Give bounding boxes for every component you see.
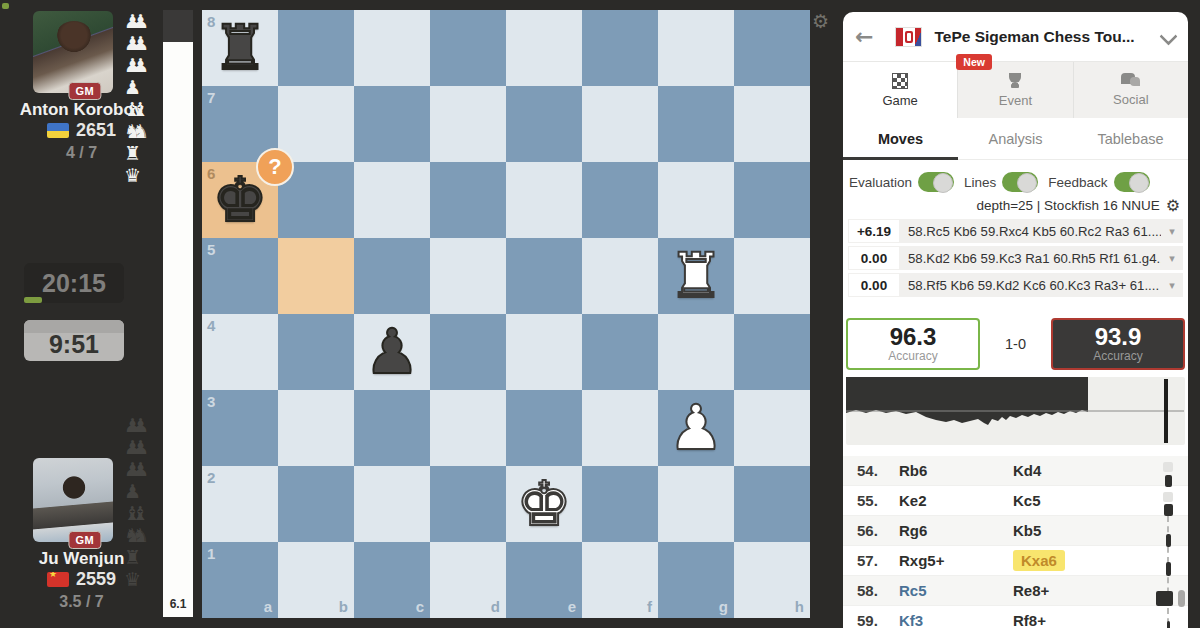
piece-bp: ♟ — [354, 314, 430, 390]
square-b3[interactable] — [278, 390, 354, 466]
clock-bottom-player: 9:51 — [24, 320, 124, 361]
white-move[interactable]: Rb6 — [885, 462, 1003, 479]
tab-event[interactable]: New Event — [958, 62, 1073, 118]
captured-piece-group: ♟♟ — [124, 10, 149, 32]
panel-header: ← TePe Sigeman Chess Tou... — [843, 12, 1188, 62]
move-quality-marker — [1165, 475, 1172, 487]
board-settings-gear-icon[interactable]: ⚙ — [812, 10, 829, 32]
square-d8[interactable] — [430, 10, 506, 86]
square-c1[interactable]: c — [354, 542, 430, 618]
piece-wr: ♜ — [658, 238, 734, 314]
file-label: c — [416, 598, 424, 615]
engine-line-1[interactable]: +6.1958.Rc5 Kb6 59.Rxc4 Kb5 60.Rc2 Ra3 6… — [848, 219, 1183, 243]
square-b7[interactable] — [278, 86, 354, 162]
square-e8[interactable] — [506, 10, 582, 86]
move-number: 54. — [843, 462, 885, 479]
square-e1[interactable]: e — [506, 542, 582, 618]
square-g8[interactable] — [658, 10, 734, 86]
captured-piece-group: ♟♟ — [124, 436, 149, 458]
square-h5[interactable] — [734, 238, 810, 314]
checkerboard-icon — [892, 73, 908, 89]
black-move[interactable]: Rf8+ — [1003, 612, 1188, 628]
feedback-toggle[interactable] — [1114, 172, 1150, 192]
square-h6[interactable] — [734, 162, 810, 238]
analysis-toggles: Evaluation Lines Feedback — [843, 160, 1188, 192]
square-d5[interactable] — [430, 238, 506, 314]
square-g2[interactable] — [658, 466, 734, 542]
rank-label: 1 — [207, 545, 215, 562]
evaluation-bar: 6.1 — [163, 10, 193, 617]
move-row-59: 59.Kf3Rf8+ — [843, 606, 1188, 628]
square-h7[interactable] — [734, 86, 810, 162]
square-f2[interactable] — [582, 466, 658, 542]
square-b5[interactable] — [278, 238, 354, 314]
move-number: 58. — [843, 582, 885, 599]
piece-wp: ♟ — [658, 390, 734, 466]
square-a5[interactable]: 5 — [202, 238, 278, 314]
china-flag-icon — [47, 572, 69, 587]
tournament-logo — [895, 27, 922, 47]
sub-tabs: Moves Analysis Tablebase — [843, 118, 1188, 160]
file-label: e — [568, 598, 576, 615]
tab-social[interactable]: Social — [1074, 62, 1188, 118]
square-f8[interactable] — [582, 10, 658, 86]
engine-status-text: depth=25 | Stockfish 16 NNUE — [976, 198, 1159, 213]
ukraine-flag-icon — [47, 123, 69, 138]
move-list: 54.Rb6Kd455.Ke2Kc556.Rg6Kb557.Rxg5+Kxa65… — [843, 456, 1188, 628]
square-f7[interactable] — [582, 86, 658, 162]
trophy-icon — [1006, 73, 1024, 89]
rating-bottom: 2559 — [76, 569, 116, 590]
engine-settings-gear-icon[interactable]: ⚙ — [1166, 196, 1180, 215]
square-g4[interactable] — [658, 314, 734, 390]
move-quality-marker — [1163, 492, 1173, 502]
square-f4[interactable] — [582, 314, 658, 390]
piece-wk: ♚ — [506, 466, 582, 542]
square-g6[interactable] — [658, 162, 734, 238]
black-move[interactable]: Kc5 — [1003, 492, 1188, 509]
square-a8[interactable]: 8♜ — [202, 10, 278, 86]
engine-line-moves: 58.Kd2 Kb6 59.Kc3 Ra1 60.Rh5 Rf1 61.g4..… — [900, 251, 1161, 266]
captured-pieces-top: ♟♟♟♟♟♟♟♝♝♞♞♜♛ — [124, 10, 162, 186]
engine-lines: +6.1958.Rc5 Kb6 59.Rxc4 Kb5 60.Rc2 Ra3 6… — [843, 219, 1188, 297]
tab-analysis[interactable]: Analysis — [958, 118, 1073, 159]
gm-badge: GM — [68, 531, 101, 549]
square-e2[interactable]: ♚ — [506, 466, 582, 542]
move-quality-marker — [1156, 591, 1173, 606]
square-c7[interactable] — [354, 86, 430, 162]
captured-piece-group: ♜ — [124, 142, 141, 164]
square-a4[interactable]: 4 — [202, 314, 278, 390]
white-move[interactable]: Rxg5+ — [885, 552, 1003, 569]
engine-line-moves: 58.Rc5 Kb6 59.Rxc4 Kb5 60.Rc2 Ra3 61.... — [900, 224, 1161, 239]
move-number: 55. — [843, 492, 885, 509]
black-move[interactable]: Kb5 — [1003, 522, 1188, 539]
evaluation-value: 6.1 — [163, 597, 193, 611]
square-e5[interactable] — [506, 238, 582, 314]
white-move[interactable]: Kf3 — [885, 612, 1003, 628]
file-label: d — [491, 598, 500, 615]
square-d6[interactable] — [430, 162, 506, 238]
accuracy-white: 96.3 Accuracy — [846, 318, 980, 370]
move-number: 57. — [843, 552, 885, 569]
square-e7[interactable] — [506, 86, 582, 162]
captured-piece-group: ♟♟ — [124, 54, 149, 76]
move-row-56: 56.Rg6Kb5 — [843, 516, 1188, 546]
square-c6[interactable] — [354, 162, 430, 238]
square-c8[interactable] — [354, 10, 430, 86]
file-label: g — [719, 598, 728, 615]
black-move[interactable]: Kd4 — [1003, 462, 1188, 479]
captured-piece-group: ♟ — [124, 76, 141, 98]
new-badge: New — [956, 54, 992, 70]
tab-tablebase[interactable]: Tablebase — [1073, 118, 1188, 159]
tournament-title: TePe Sigeman Chess Tou... — [934, 28, 1134, 46]
square-c2[interactable] — [354, 466, 430, 542]
square-f1[interactable]: f — [582, 542, 658, 618]
move-quality-marker — [1166, 534, 1171, 547]
move-quality-marker — [1163, 462, 1173, 472]
caret-down-icon[interactable]: ▾ — [1161, 225, 1183, 238]
engine-eval: +6.19 — [848, 219, 900, 243]
gm-badge: GM — [68, 82, 101, 100]
broadcast-panel: ← TePe Sigeman Chess Tou... Game New Eve… — [843, 12, 1188, 628]
rank-label: 2 — [207, 469, 215, 486]
square-g1[interactable]: g — [658, 542, 734, 618]
square-a2[interactable]: 2 — [202, 466, 278, 542]
feedback-toggle-label: Feedback — [1048, 175, 1107, 190]
tab-game[interactable]: Game — [843, 62, 958, 118]
captured-piece-group: ♞♞ — [124, 524, 149, 546]
engine-status-row: depth=25 | Stockfish 16 NNUE ⚙ — [843, 192, 1188, 219]
move-row-58: 58.Rc5Re8+ — [843, 576, 1188, 606]
score-bottom: 3.5 / 7 — [0, 593, 163, 611]
evaluation-graph[interactable] — [846, 377, 1185, 445]
captured-piece-group: ♜ — [124, 546, 141, 568]
caret-down-icon[interactable]: ▾ — [1161, 252, 1183, 265]
captured-piece-group: ♝♝ — [124, 502, 149, 524]
back-arrow-icon[interactable]: ← — [855, 24, 873, 49]
captured-piece-group: ♞♞ — [124, 120, 149, 142]
white-move[interactable]: Rc5 — [885, 582, 1003, 599]
captured-piece-group: ♛ — [124, 568, 141, 590]
square-f3[interactable] — [582, 390, 658, 466]
move-row-57: 57.Rxg5+Kxa6 — [843, 546, 1188, 576]
captured-piece-group: ♟♟ — [124, 458, 149, 480]
accuracy-black: 93.9 Accuracy — [1051, 318, 1185, 370]
rank-label: 6 — [207, 165, 215, 182]
captured-piece-group: ♟♟ — [124, 32, 149, 54]
move-quality-marker — [1164, 504, 1173, 516]
engine-line-moves: 58.Rf5 Kb6 59.Kd2 Kc6 60.Kc3 Ra3+ 61.... — [900, 278, 1161, 293]
square-a3[interactable]: 3 — [202, 390, 278, 466]
file-label: a — [264, 598, 272, 615]
engine-line-2[interactable]: 0.0058.Kd2 Kb6 59.Kc3 Ra1 60.Rh5 Rf1 61.… — [848, 246, 1183, 270]
rank-label: 4 — [207, 317, 215, 334]
square-h4[interactable] — [734, 314, 810, 390]
square-g7[interactable] — [658, 86, 734, 162]
captured-piece-group: ♟ — [124, 480, 141, 502]
square-d4[interactable] — [430, 314, 506, 390]
square-b8[interactable] — [278, 10, 354, 86]
captured-piece-group: ♛ — [124, 164, 141, 186]
app-root: GM Anton Korobov 2651 4 / 7 ♟♟♟♟♟♟♟♝♝♞♞♜… — [0, 0, 1200, 628]
square-h8[interactable] — [734, 10, 810, 86]
file-label: f — [647, 598, 652, 615]
chevron-down-icon[interactable] — [1162, 30, 1174, 42]
accuracy-row: 96.3 Accuracy 1-0 93.9 Accuracy — [843, 300, 1188, 370]
square-f6[interactable] — [582, 162, 658, 238]
square-b2[interactable] — [278, 466, 354, 542]
move-number: 56. — [843, 522, 885, 539]
square-c3[interactable] — [354, 390, 430, 466]
square-d7[interactable] — [430, 86, 506, 162]
file-label: h — [795, 598, 804, 615]
square-h1[interactable]: h — [734, 542, 810, 618]
square-f5[interactable] — [582, 238, 658, 314]
rating-top: 2651 — [76, 120, 116, 141]
rank-label: 3 — [207, 393, 215, 410]
clock-progress-top — [24, 297, 42, 303]
move-quality-marker — [1167, 621, 1170, 628]
main-tabs: Game New Event Social — [843, 62, 1188, 118]
lines-toggle-label: Lines — [964, 175, 996, 190]
square-g5[interactable]: ♜ — [658, 238, 734, 314]
engine-line-3[interactable]: 0.0058.Rf5 Kb6 59.Kd2 Kc6 60.Kc3 Ra3+ 61… — [848, 273, 1183, 297]
evaluation-toggle[interactable] — [918, 172, 954, 192]
white-move[interactable]: Rg6 — [885, 522, 1003, 539]
evaluation-toggle-label: Evaluation — [849, 175, 912, 190]
lines-toggle[interactable] — [1002, 172, 1038, 192]
chat-bubbles-icon — [1121, 73, 1140, 88]
avatar-bottom-player: GM — [33, 458, 113, 542]
game-result: 1-0 — [1005, 336, 1026, 352]
white-move[interactable]: Ke2 — [885, 492, 1003, 509]
engine-eval: 0.00 — [848, 273, 900, 297]
square-d3[interactable] — [430, 390, 506, 466]
square-e4[interactable] — [506, 314, 582, 390]
rank-label: 8 — [207, 13, 215, 30]
avatar-top-player: GM — [33, 11, 113, 93]
black-move[interactable]: Kxa6 — [1003, 550, 1188, 571]
captured-piece-group: ♟♟ — [124, 414, 149, 436]
caret-down-icon[interactable]: ▾ — [1161, 279, 1183, 292]
move-row-54: 54.Rb6Kd4 — [843, 456, 1188, 486]
square-e3[interactable] — [506, 390, 582, 466]
square-c5[interactable] — [354, 238, 430, 314]
square-a1[interactable]: 1a — [202, 542, 278, 618]
move-number: 59. — [843, 612, 885, 628]
engine-eval: 0.00 — [848, 246, 900, 270]
scrollbar-thumb[interactable] — [1178, 590, 1185, 607]
captured-piece-group: ♝♝ — [124, 98, 149, 120]
square-b1[interactable]: b — [278, 542, 354, 618]
square-h3[interactable] — [734, 390, 810, 466]
clock-progress-bottom — [2, 3, 9, 9]
mistake-annotation-badge: ? — [256, 148, 294, 186]
square-b4[interactable] — [278, 314, 354, 390]
square-d2[interactable] — [430, 466, 506, 542]
move-row-55: 55.Ke2Kc5 — [843, 486, 1188, 516]
chess-board[interactable]: 8♜76♚5♜4♟3♟2♚1abcdefgh — [202, 10, 810, 618]
square-c4[interactable]: ♟ — [354, 314, 430, 390]
move-quality-marker — [1166, 562, 1171, 576]
square-g3[interactable]: ♟ — [658, 390, 734, 466]
rank-label: 5 — [207, 241, 215, 258]
square-e6[interactable] — [506, 162, 582, 238]
square-h2[interactable] — [734, 466, 810, 542]
square-d1[interactable]: d — [430, 542, 506, 618]
rank-label: 7 — [207, 89, 215, 106]
captured-pieces-bottom: ♟♟♟♟♟♟♟♝♝♞♞♜♛ — [124, 414, 162, 590]
tab-moves[interactable]: Moves — [843, 118, 958, 159]
evaluation-bar-black-share — [163, 10, 193, 42]
file-label: b — [339, 598, 348, 615]
